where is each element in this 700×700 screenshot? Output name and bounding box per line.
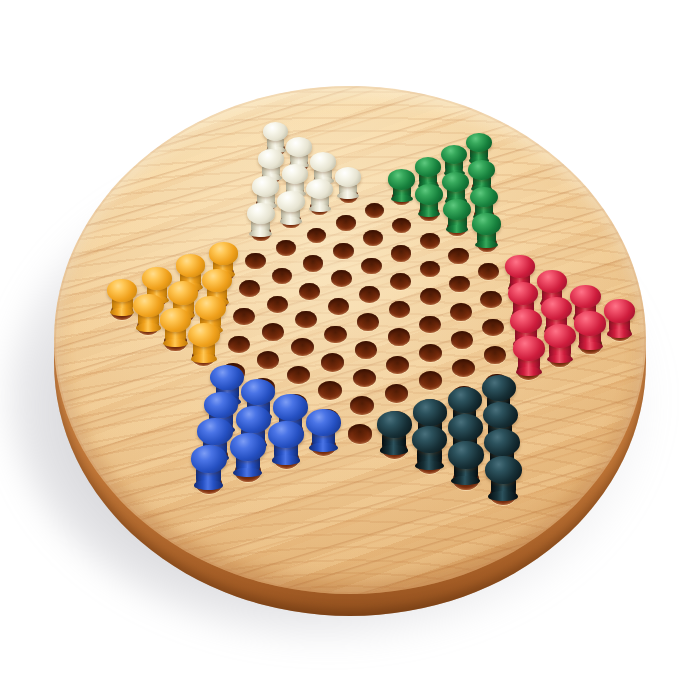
- peg-head: [505, 255, 535, 278]
- board-hole-empty[interactable]: [386, 356, 409, 374]
- peg-head: [472, 213, 500, 235]
- peg-white[interactable]: [335, 167, 362, 200]
- board-hole-empty[interactable]: [228, 336, 251, 354]
- peg-white[interactable]: [306, 179, 333, 212]
- peg-head: [268, 421, 304, 448]
- peg-head: [537, 270, 567, 293]
- peg-yellow[interactable]: [188, 323, 220, 363]
- board-hole-empty[interactable]: [291, 338, 314, 356]
- peg-head: [241, 379, 275, 405]
- peg-blue[interactable]: [230, 433, 266, 477]
- peg-head: [306, 409, 341, 436]
- peg-head: [377, 411, 412, 438]
- board-hole-empty[interactable]: [245, 253, 266, 269]
- board-hole-empty[interactable]: [333, 243, 353, 259]
- peg-red[interactable]: [574, 311, 606, 350]
- board-hole-empty[interactable]: [287, 366, 310, 385]
- peg-head: [510, 309, 542, 333]
- peg-head: [442, 172, 469, 192]
- peg-head: [483, 402, 518, 429]
- board-hole-empty[interactable]: [419, 371, 442, 390]
- peg-head: [277, 191, 305, 212]
- peg-head: [306, 179, 333, 200]
- board-hole-empty[interactable]: [307, 228, 327, 244]
- board-hole-empty[interactable]: [331, 270, 352, 287]
- board-hole-empty[interactable]: [420, 261, 441, 278]
- peg-head: [508, 282, 539, 305]
- peg-head: [191, 445, 228, 473]
- peg-head: [604, 299, 635, 323]
- board-hole-empty[interactable]: [318, 381, 342, 400]
- board-hole-empty[interactable]: [388, 328, 410, 346]
- board-hole-empty[interactable]: [450, 303, 472, 320]
- pegs-and-holes-layer: [0, 0, 700, 700]
- peg-green[interactable]: [415, 184, 442, 217]
- board-hole-empty[interactable]: [350, 396, 374, 415]
- board-hole-empty[interactable]: [355, 341, 378, 359]
- board-hole-empty[interactable]: [385, 384, 409, 403]
- board-hole-empty[interactable]: [353, 369, 376, 388]
- board-hole-empty[interactable]: [363, 230, 383, 246]
- peg-head: [273, 394, 308, 420]
- peg-dark-navy[interactable]: [377, 411, 412, 454]
- peg-dark-navy[interactable]: [412, 426, 448, 470]
- peg-head: [482, 375, 516, 401]
- board-hole-empty[interactable]: [419, 344, 442, 362]
- peg-head: [252, 176, 279, 197]
- peg-red[interactable]: [513, 336, 546, 376]
- board-hole-empty[interactable]: [336, 215, 356, 231]
- peg-yellow[interactable]: [160, 308, 192, 347]
- peg-head: [570, 285, 601, 308]
- board-hole-empty[interactable]: [392, 218, 412, 234]
- peg-head: [441, 145, 467, 165]
- peg-head: [204, 392, 239, 418]
- peg-head: [448, 441, 484, 469]
- board-hole-empty[interactable]: [482, 319, 504, 337]
- peg-head: [415, 184, 442, 205]
- peg-head: [413, 399, 448, 426]
- peg-head: [263, 122, 288, 141]
- board-hole-empty[interactable]: [357, 313, 379, 331]
- board-hole-empty[interactable]: [484, 346, 507, 364]
- board-hole-empty[interactable]: [303, 255, 324, 271]
- peg-head: [209, 242, 238, 264]
- peg-head: [197, 418, 233, 445]
- peg-green[interactable]: [388, 169, 415, 202]
- peg-head: [470, 187, 497, 208]
- peg-dark-navy[interactable]: [485, 456, 522, 501]
- peg-blue[interactable]: [268, 421, 304, 465]
- board-hole-empty[interactable]: [420, 233, 440, 249]
- board-hole-empty[interactable]: [361, 258, 382, 274]
- board-hole-empty[interactable]: [321, 353, 344, 371]
- board-hole-empty[interactable]: [480, 291, 502, 308]
- board-hole-empty[interactable]: [449, 276, 470, 293]
- peg-head: [160, 308, 192, 332]
- board-hole-empty[interactable]: [451, 331, 473, 349]
- board-hole-empty[interactable]: [295, 311, 317, 328]
- peg-head: [210, 365, 244, 391]
- peg-head: [448, 387, 483, 413]
- board-hole-empty[interactable]: [272, 268, 293, 285]
- peg-head: [335, 167, 362, 187]
- peg-head: [466, 133, 492, 152]
- board-hole-empty[interactable]: [299, 283, 320, 300]
- peg-white[interactable]: [277, 191, 305, 225]
- peg-head: [388, 169, 415, 189]
- peg-head: [485, 456, 522, 484]
- peg-blue[interactable]: [191, 445, 228, 490]
- board-hole-empty[interactable]: [267, 296, 289, 313]
- peg-head: [574, 311, 606, 335]
- board-hole-empty[interactable]: [324, 326, 346, 344]
- peg-head: [443, 199, 471, 220]
- board-hole-empty[interactable]: [233, 308, 255, 325]
- board-hole-empty[interactable]: [365, 203, 384, 218]
- scene: [0, 0, 700, 700]
- peg-head: [195, 296, 226, 320]
- board-hole-empty[interactable]: [262, 323, 284, 341]
- board-hole-empty[interactable]: [390, 273, 411, 290]
- peg-red[interactable]: [604, 299, 635, 337]
- board-hole-empty[interactable]: [478, 263, 499, 280]
- board-hole-empty[interactable]: [276, 240, 296, 256]
- peg-head: [202, 269, 232, 292]
- board-hole-empty[interactable]: [419, 316, 441, 334]
- peg-head: [541, 297, 572, 321]
- peg-red[interactable]: [544, 324, 576, 364]
- peg-head: [468, 160, 494, 180]
- peg-head: [247, 203, 275, 224]
- peg-head: [282, 164, 309, 184]
- peg-green[interactable]: [443, 199, 471, 233]
- peg-head: [415, 157, 441, 177]
- peg-white[interactable]: [247, 203, 275, 237]
- board-hole-empty[interactable]: [389, 301, 411, 318]
- board-hole-empty[interactable]: [257, 351, 280, 369]
- board-hole-empty[interactable]: [452, 359, 475, 377]
- peg-head: [230, 433, 266, 460]
- peg-head: [513, 336, 546, 361]
- peg-blue[interactable]: [306, 409, 341, 452]
- peg-head: [448, 414, 483, 441]
- peg-head: [310, 152, 336, 172]
- peg-dark-navy[interactable]: [448, 441, 484, 486]
- board-hole-empty[interactable]: [448, 248, 468, 264]
- board-hole-empty[interactable]: [348, 424, 373, 444]
- peg-head: [412, 426, 448, 453]
- board-hole-empty[interactable]: [359, 286, 380, 303]
- peg-head: [258, 149, 284, 169]
- board-hole-empty[interactable]: [420, 288, 441, 305]
- board-hole-empty[interactable]: [391, 245, 411, 261]
- board-hole-empty[interactable]: [239, 280, 260, 297]
- peg-head: [484, 429, 520, 456]
- peg-head: [188, 323, 220, 347]
- peg-head: [236, 406, 271, 433]
- board-hole-empty[interactable]: [328, 298, 350, 315]
- peg-green[interactable]: [472, 213, 500, 248]
- peg-head: [544, 324, 576, 348]
- peg-head: [286, 137, 312, 156]
